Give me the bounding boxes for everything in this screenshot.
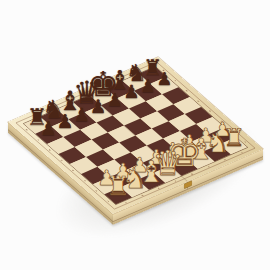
black-pawn-b7[interactable]: ♟ — [57, 112, 74, 131]
black-pawn-h7[interactable]: ♟ — [157, 70, 173, 88]
black-pawn-g7[interactable]: ♟ — [140, 77, 156, 95]
black-pawn-c7[interactable]: ♟ — [73, 105, 90, 124]
black-pawn-f7[interactable]: ♟ — [123, 84, 139, 102]
black-pawn-a7[interactable]: ♟ — [40, 119, 57, 138]
black-pawn-d7[interactable]: ♟ — [90, 98, 107, 117]
black-pawn-e7[interactable]: ♟ — [107, 91, 124, 110]
white-rook-a1[interactable]: ♜ — [107, 174, 130, 200]
chess-set-photo: абвгдежз 87654321 87654321 ♜♞♝♛♚♝♞♜♟♟♟♟♟… — [0, 0, 270, 270]
